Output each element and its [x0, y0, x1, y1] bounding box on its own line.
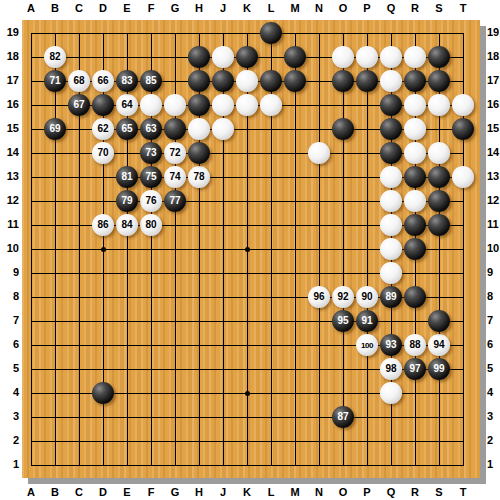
- black-stone-E17: 83: [116, 70, 138, 92]
- row-label-left-8: 8: [1, 290, 19, 302]
- move-number: 96: [313, 291, 324, 302]
- black-stone-H18: [188, 46, 210, 68]
- black-stone-Q6: 93: [380, 334, 402, 356]
- row-label-right-6: 6: [487, 338, 500, 350]
- white-stone-G16: [164, 94, 186, 116]
- col-label-top-R: R: [403, 2, 427, 14]
- black-stone-R13: [404, 166, 426, 188]
- white-stone-R14: [404, 142, 426, 164]
- row-label-right-12: 12: [487, 194, 500, 206]
- col-label-bottom-H: H: [187, 486, 211, 498]
- black-stone-E13: 81: [116, 166, 138, 188]
- row-label-left-3: 3: [1, 410, 19, 422]
- move-number: 100: [361, 341, 373, 350]
- col-label-top-E: E: [115, 2, 139, 14]
- white-stone-N8: 96: [308, 286, 330, 308]
- row-label-left-12: 12: [1, 194, 19, 206]
- move-number: 66: [97, 75, 108, 86]
- row-label-left-11: 11: [1, 218, 19, 230]
- grid-line-horizontal: [31, 441, 464, 442]
- col-label-top-O: O: [331, 2, 355, 14]
- row-label-left-6: 6: [1, 338, 19, 350]
- row-label-left-4: 4: [1, 386, 19, 398]
- row-label-right-11: 11: [487, 218, 500, 230]
- row-label-left-18: 18: [1, 50, 19, 62]
- white-stone-Q4: [380, 382, 402, 404]
- move-number: 65: [121, 123, 132, 134]
- white-stone-Q12: [380, 190, 402, 212]
- col-label-bottom-J: J: [211, 486, 235, 498]
- white-stone-Q17: [380, 70, 402, 92]
- black-stone-S11: [428, 214, 450, 236]
- black-stone-H16: [188, 94, 210, 116]
- white-stone-J15: [212, 118, 234, 140]
- black-stone-B17: 71: [44, 70, 66, 92]
- move-number: 86: [97, 219, 108, 230]
- star-point-D10: [101, 247, 106, 252]
- col-label-bottom-A: A: [19, 486, 43, 498]
- black-stone-L19: [260, 22, 282, 44]
- row-label-right-16: 16: [487, 98, 500, 110]
- black-stone-O7: 95: [332, 310, 354, 332]
- move-number: 68: [73, 75, 84, 86]
- row-label-right-18: 18: [487, 50, 500, 62]
- grid-line-vertical: [319, 33, 320, 466]
- black-stone-F17: 85: [140, 70, 162, 92]
- row-label-left-19: 19: [1, 26, 19, 38]
- white-stone-H15: [188, 118, 210, 140]
- row-label-right-14: 14: [487, 146, 500, 158]
- move-number: 77: [169, 195, 180, 206]
- move-number: 84: [121, 219, 132, 230]
- col-label-top-Q: Q: [379, 2, 403, 14]
- grid-line-horizontal: [31, 465, 464, 466]
- white-stone-S14: [428, 142, 450, 164]
- col-label-bottom-M: M: [283, 486, 307, 498]
- black-stone-O17: [332, 70, 354, 92]
- col-label-bottom-Q: Q: [379, 486, 403, 498]
- white-stone-S16: [428, 94, 450, 116]
- white-stone-R16: [404, 94, 426, 116]
- black-stone-F15: 63: [140, 118, 162, 140]
- col-label-bottom-O: O: [331, 486, 355, 498]
- row-label-right-3: 3: [487, 410, 500, 422]
- white-stone-Q18: [380, 46, 402, 68]
- col-label-bottom-S: S: [427, 486, 451, 498]
- row-label-right-9: 9: [487, 266, 500, 278]
- black-stone-R11: [404, 214, 426, 236]
- move-number: 82: [49, 51, 60, 62]
- col-label-bottom-L: L: [259, 486, 283, 498]
- col-label-top-N: N: [307, 2, 331, 14]
- move-number: 79: [121, 195, 132, 206]
- move-number: 83: [121, 75, 132, 86]
- black-stone-E15: 65: [116, 118, 138, 140]
- col-label-bottom-P: P: [355, 486, 379, 498]
- col-label-top-K: K: [235, 2, 259, 14]
- col-label-top-P: P: [355, 2, 379, 14]
- move-number: 97: [409, 363, 420, 374]
- move-number: 63: [145, 123, 156, 134]
- white-stone-R15: [404, 118, 426, 140]
- move-number: 89: [385, 291, 396, 302]
- black-stone-Q8: 89: [380, 286, 402, 308]
- row-label-right-1: 1: [487, 458, 500, 470]
- black-stone-Q16: [380, 94, 402, 116]
- black-stone-P17: [356, 70, 378, 92]
- white-stone-R12: [404, 190, 426, 212]
- star-point-K10: [245, 247, 250, 252]
- col-label-top-M: M: [283, 2, 307, 14]
- move-number: 64: [121, 99, 132, 110]
- black-stone-B15: 69: [44, 118, 66, 140]
- row-label-right-5: 5: [487, 362, 500, 374]
- move-number: 91: [361, 315, 372, 326]
- white-stone-T16: [452, 94, 474, 116]
- move-number: 87: [337, 411, 348, 422]
- col-label-top-S: S: [427, 2, 451, 14]
- row-label-left-10: 10: [1, 242, 19, 254]
- black-stone-Q14: [380, 142, 402, 164]
- col-label-top-B: B: [43, 2, 67, 14]
- col-label-top-C: C: [67, 2, 91, 14]
- move-number: 76: [145, 195, 156, 206]
- white-stone-O18: [332, 46, 354, 68]
- white-stone-L16: [260, 94, 282, 116]
- move-number: 99: [433, 363, 444, 374]
- white-stone-D14: 70: [92, 142, 114, 164]
- black-stone-E12: 79: [116, 190, 138, 212]
- move-number: 90: [361, 291, 372, 302]
- white-stone-B18: 82: [44, 46, 66, 68]
- white-stone-F11: 80: [140, 214, 162, 236]
- white-stone-Q9: [380, 262, 402, 284]
- white-stone-Q11: [380, 214, 402, 236]
- white-stone-K16: [236, 94, 258, 116]
- row-label-left-13: 13: [1, 170, 19, 182]
- col-label-top-J: J: [211, 2, 235, 14]
- move-number: 98: [385, 363, 396, 374]
- row-label-right-2: 2: [487, 434, 500, 446]
- black-stone-S13: [428, 166, 450, 188]
- move-number: 78: [193, 171, 204, 182]
- move-number: 94: [433, 339, 444, 350]
- white-stone-Q5: 98: [380, 358, 402, 380]
- black-stone-K18: [236, 46, 258, 68]
- black-stone-Q15: [380, 118, 402, 140]
- white-stone-P18: [356, 46, 378, 68]
- grid-line-vertical: [343, 33, 344, 466]
- grid-line-horizontal: [31, 321, 464, 322]
- white-stone-D17: 66: [92, 70, 114, 92]
- white-stone-Q13: [380, 166, 402, 188]
- black-stone-S17: [428, 70, 450, 92]
- white-stone-F16: [140, 94, 162, 116]
- col-label-top-G: G: [163, 2, 187, 14]
- row-label-left-14: 14: [1, 146, 19, 158]
- white-stone-R6: 88: [404, 334, 426, 356]
- black-stone-F13: 75: [140, 166, 162, 188]
- move-number: 70: [97, 147, 108, 158]
- row-label-left-7: 7: [1, 314, 19, 326]
- col-label-bottom-E: E: [115, 486, 139, 498]
- row-label-left-16: 16: [1, 98, 19, 110]
- move-number: 95: [337, 315, 348, 326]
- row-label-right-19: 19: [487, 26, 500, 38]
- col-label-bottom-C: C: [67, 486, 91, 498]
- black-stone-F14: 73: [140, 142, 162, 164]
- col-label-top-A: A: [19, 2, 43, 14]
- row-label-right-13: 13: [487, 170, 500, 182]
- row-label-left-1: 1: [1, 458, 19, 470]
- black-stone-O3: 87: [332, 406, 354, 428]
- black-stone-M17: [284, 70, 306, 92]
- black-stone-G15: [164, 118, 186, 140]
- row-label-left-2: 2: [1, 434, 19, 446]
- black-stone-H14: [188, 142, 210, 164]
- black-stone-S5: 99: [428, 358, 450, 380]
- white-stone-C17: 68: [68, 70, 90, 92]
- black-stone-R17: [404, 70, 426, 92]
- white-stone-G13: 74: [164, 166, 186, 188]
- go-diagram-page: 6263646566676869707172737475767778798081…: [0, 0, 500, 500]
- white-stone-R18: [404, 46, 426, 68]
- col-label-top-T: T: [451, 2, 475, 14]
- black-stone-H17: [188, 70, 210, 92]
- col-label-top-D: D: [91, 2, 115, 14]
- row-label-right-7: 7: [487, 314, 500, 326]
- white-stone-D15: 62: [92, 118, 114, 140]
- white-stone-E11: 84: [116, 214, 138, 236]
- white-stone-N14: [308, 142, 330, 164]
- move-number: 80: [145, 219, 156, 230]
- row-label-right-10: 10: [487, 242, 500, 254]
- col-label-bottom-B: B: [43, 486, 67, 498]
- white-stone-G14: 72: [164, 142, 186, 164]
- row-label-left-15: 15: [1, 122, 19, 134]
- row-label-right-15: 15: [487, 122, 500, 134]
- move-number: 81: [121, 171, 132, 182]
- grid-line-horizontal: [31, 417, 464, 418]
- black-stone-O15: [332, 118, 354, 140]
- black-stone-S7: [428, 310, 450, 332]
- col-label-bottom-D: D: [91, 486, 115, 498]
- black-stone-S12: [428, 190, 450, 212]
- white-stone-E16: 64: [116, 94, 138, 116]
- col-label-top-H: H: [187, 2, 211, 14]
- white-stone-F12: 76: [140, 190, 162, 212]
- black-stone-L17: [260, 70, 282, 92]
- black-stone-T15: [452, 118, 474, 140]
- col-label-bottom-K: K: [235, 486, 259, 498]
- white-stone-S6: 94: [428, 334, 450, 356]
- col-label-top-L: L: [259, 2, 283, 14]
- black-stone-P7: 91: [356, 310, 378, 332]
- col-label-bottom-F: F: [139, 486, 163, 498]
- black-stone-R8: [404, 286, 426, 308]
- col-label-bottom-N: N: [307, 486, 331, 498]
- black-stone-R5: 97: [404, 358, 426, 380]
- white-stone-Q10: [380, 238, 402, 260]
- move-number: 71: [49, 75, 60, 86]
- move-number: 72: [169, 147, 180, 158]
- move-number: 92: [337, 291, 348, 302]
- black-stone-R10: [404, 238, 426, 260]
- move-number: 67: [73, 99, 84, 110]
- black-stone-J17: [212, 70, 234, 92]
- white-stone-D11: 86: [92, 214, 114, 236]
- col-label-bottom-G: G: [163, 486, 187, 498]
- row-label-left-9: 9: [1, 266, 19, 278]
- col-label-bottom-T: T: [451, 486, 475, 498]
- row-label-left-5: 5: [1, 362, 19, 374]
- row-label-right-4: 4: [487, 386, 500, 398]
- white-stone-P8: 90: [356, 286, 378, 308]
- col-label-bottom-R: R: [403, 486, 427, 498]
- move-number: 88: [409, 339, 420, 350]
- white-stone-J16: [212, 94, 234, 116]
- move-number: 75: [145, 171, 156, 182]
- move-number: 62: [97, 123, 108, 134]
- row-label-right-17: 17: [487, 74, 500, 86]
- grid-line-vertical: [295, 33, 296, 466]
- white-stone-K17: [236, 70, 258, 92]
- move-number: 93: [385, 339, 396, 350]
- black-stone-S18: [428, 46, 450, 68]
- white-stone-T13: [452, 166, 474, 188]
- move-number: 85: [145, 75, 156, 86]
- black-stone-G12: 77: [164, 190, 186, 212]
- white-stone-P6: 100: [356, 334, 378, 356]
- white-stone-J18: [212, 46, 234, 68]
- black-stone-M18: [284, 46, 306, 68]
- black-stone-D16: [92, 94, 114, 116]
- col-label-top-F: F: [139, 2, 163, 14]
- black-stone-C16: 67: [68, 94, 90, 116]
- move-number: 74: [169, 171, 180, 182]
- row-label-left-17: 17: [1, 74, 19, 86]
- grid-line-vertical: [367, 33, 368, 466]
- go-board[interactable]: 6263646566676869707172737475767778798081…: [22, 20, 480, 478]
- white-stone-H13: 78: [188, 166, 210, 188]
- move-number: 73: [145, 147, 156, 158]
- move-number: 69: [49, 123, 60, 134]
- white-stone-O8: 92: [332, 286, 354, 308]
- black-stone-D4: [92, 382, 114, 404]
- star-point-K4: [245, 391, 250, 396]
- row-label-right-8: 8: [487, 290, 500, 302]
